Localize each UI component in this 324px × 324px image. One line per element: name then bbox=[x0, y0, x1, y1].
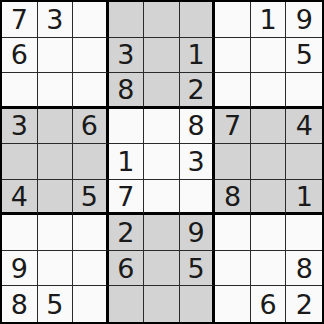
cell-r2c8-empty[interactable] bbox=[251, 38, 287, 74]
cell-r2c3-empty[interactable] bbox=[73, 38, 109, 74]
cell-r5c4-given[interactable]: 1 bbox=[109, 144, 145, 180]
cell-r1c7-empty[interactable] bbox=[215, 2, 251, 38]
cell-r6c8-empty[interactable] bbox=[251, 180, 287, 216]
cell-r8c5-empty[interactable] bbox=[144, 251, 180, 287]
cell-r1c2-given[interactable]: 3 bbox=[38, 2, 74, 38]
cell-r7c7-empty[interactable] bbox=[215, 215, 251, 251]
cell-r3c8-empty[interactable] bbox=[251, 73, 287, 109]
cell-r7c4-given[interactable]: 2 bbox=[109, 215, 145, 251]
cell-r9c2-given[interactable]: 5 bbox=[38, 286, 74, 322]
cell-r1c4-empty[interactable] bbox=[109, 2, 145, 38]
cell-r7c5-empty[interactable] bbox=[144, 215, 180, 251]
cell-r9c6-empty[interactable] bbox=[180, 286, 216, 322]
cell-r4c7-given[interactable]: 7 bbox=[215, 109, 251, 145]
cell-r1c5-empty[interactable] bbox=[144, 2, 180, 38]
cell-r9c8-given[interactable]: 6 bbox=[251, 286, 287, 322]
cell-r9c5-empty[interactable] bbox=[144, 286, 180, 322]
cell-r3c4-given[interactable]: 8 bbox=[109, 73, 145, 109]
cell-r6c9-given[interactable]: 1 bbox=[286, 180, 322, 216]
cell-r9c1-given[interactable]: 8 bbox=[2, 286, 38, 322]
cell-r5c7-empty[interactable] bbox=[215, 144, 251, 180]
cell-r9c3-empty[interactable] bbox=[73, 286, 109, 322]
cell-r1c9-given[interactable]: 9 bbox=[286, 2, 322, 38]
cell-r7c9-empty[interactable] bbox=[286, 215, 322, 251]
cell-r6c7-given[interactable]: 8 bbox=[215, 180, 251, 216]
cell-r3c5-empty[interactable] bbox=[144, 73, 180, 109]
cell-r8c8-empty[interactable] bbox=[251, 251, 287, 287]
cell-r5c3-empty[interactable] bbox=[73, 144, 109, 180]
cell-r6c4-given[interactable]: 7 bbox=[109, 180, 145, 216]
cell-r5c2-empty[interactable] bbox=[38, 144, 74, 180]
cell-r5c6-given[interactable]: 3 bbox=[180, 144, 216, 180]
cell-r2c2-empty[interactable] bbox=[38, 38, 74, 74]
cell-r3c9-empty[interactable] bbox=[286, 73, 322, 109]
cell-r8c7-empty[interactable] bbox=[215, 251, 251, 287]
cell-r4c4-empty[interactable] bbox=[109, 109, 145, 145]
cell-r2c7-empty[interactable] bbox=[215, 38, 251, 74]
cell-r7c2-empty[interactable] bbox=[38, 215, 74, 251]
cell-r9c4-empty[interactable] bbox=[109, 286, 145, 322]
cell-r1c8-given[interactable]: 1 bbox=[251, 2, 287, 38]
cell-r8c6-given[interactable]: 5 bbox=[180, 251, 216, 287]
cell-r6c5-empty[interactable] bbox=[144, 180, 180, 216]
cell-r8c3-empty[interactable] bbox=[73, 251, 109, 287]
cell-r6c6-empty[interactable] bbox=[180, 180, 216, 216]
cell-r3c7-empty[interactable] bbox=[215, 73, 251, 109]
cell-r2c6-given[interactable]: 1 bbox=[180, 38, 216, 74]
cell-r8c2-empty[interactable] bbox=[38, 251, 74, 287]
cell-r8c4-given[interactable]: 6 bbox=[109, 251, 145, 287]
cell-r4c2-empty[interactable] bbox=[38, 109, 74, 145]
cell-r4c6-given[interactable]: 8 bbox=[180, 109, 216, 145]
cell-r1c3-empty[interactable] bbox=[73, 2, 109, 38]
cell-r7c8-empty[interactable] bbox=[251, 215, 287, 251]
cell-r4c1-given[interactable]: 3 bbox=[2, 109, 38, 145]
cell-r5c9-empty[interactable] bbox=[286, 144, 322, 180]
cell-r7c1-empty[interactable] bbox=[2, 215, 38, 251]
cell-r5c1-empty[interactable] bbox=[2, 144, 38, 180]
cell-r5c5-empty[interactable] bbox=[144, 144, 180, 180]
cell-r1c1-given[interactable]: 7 bbox=[2, 2, 38, 38]
cell-r3c2-empty[interactable] bbox=[38, 73, 74, 109]
cell-r3c6-given[interactable]: 2 bbox=[180, 73, 216, 109]
cell-r4c3-given[interactable]: 6 bbox=[73, 109, 109, 145]
cell-r7c3-empty[interactable] bbox=[73, 215, 109, 251]
cell-r4c8-empty[interactable] bbox=[251, 109, 287, 145]
cell-r2c5-empty[interactable] bbox=[144, 38, 180, 74]
cell-r2c1-given[interactable]: 6 bbox=[2, 38, 38, 74]
cell-r3c1-empty[interactable] bbox=[2, 73, 38, 109]
cell-r8c1-given[interactable]: 9 bbox=[2, 251, 38, 287]
cell-r3c3-empty[interactable] bbox=[73, 73, 109, 109]
cell-r2c9-given[interactable]: 5 bbox=[286, 38, 322, 74]
cell-r2c4-given[interactable]: 3 bbox=[109, 38, 145, 74]
cell-r6c3-given[interactable]: 5 bbox=[73, 180, 109, 216]
cell-r8c9-given[interactable]: 8 bbox=[286, 251, 322, 287]
cell-r6c2-empty[interactable] bbox=[38, 180, 74, 216]
cell-r1c6-empty[interactable] bbox=[180, 2, 216, 38]
cell-r4c9-given[interactable]: 4 bbox=[286, 109, 322, 145]
cell-r9c7-empty[interactable] bbox=[215, 286, 251, 322]
sudoku-board: 73196315823687413457812996588562 bbox=[0, 0, 324, 324]
cell-r6c1-given[interactable]: 4 bbox=[2, 180, 38, 216]
cell-r5c8-empty[interactable] bbox=[251, 144, 287, 180]
cell-r7c6-given[interactable]: 9 bbox=[180, 215, 216, 251]
cell-r9c9-given[interactable]: 2 bbox=[286, 286, 322, 322]
cell-r4c5-empty[interactable] bbox=[144, 109, 180, 145]
